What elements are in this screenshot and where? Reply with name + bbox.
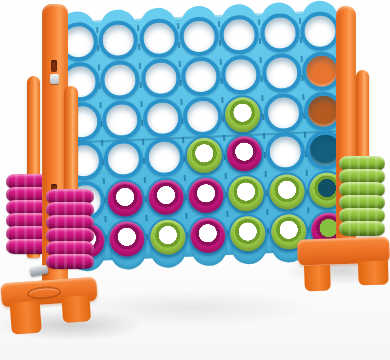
right-foot — [297, 234, 390, 295]
hole — [105, 179, 146, 220]
cell-r1c2 — [97, 20, 139, 61]
cell-r3c6 — [262, 92, 304, 133]
cell-r2c3 — [139, 58, 181, 99]
game-board — [57, 10, 350, 262]
hole — [100, 60, 141, 101]
green-disc — [230, 215, 266, 251]
disc-stack-left-front — [46, 191, 94, 269]
cell-r5c5 — [225, 173, 267, 214]
magenta-disc — [107, 181, 143, 217]
hole — [228, 213, 269, 254]
disc-stack-right — [339, 158, 385, 236]
hole — [261, 53, 302, 94]
cell-r3c2 — [101, 99, 143, 140]
left-foot-front-leg — [10, 301, 42, 335]
hole — [145, 177, 186, 218]
green-disc — [225, 96, 261, 132]
green-disc — [269, 174, 305, 210]
hole — [107, 218, 148, 259]
hole — [102, 99, 143, 140]
hole — [263, 92, 304, 133]
hole — [98, 20, 139, 61]
cell-r4c5 — [224, 133, 266, 174]
cell-r5c4 — [185, 175, 227, 216]
cell-r2c2 — [99, 59, 141, 100]
cell-r3c4 — [182, 95, 224, 136]
magenta-disc — [227, 136, 263, 172]
product-photo-scene — [0, 0, 390, 360]
hole — [223, 94, 264, 135]
cell-r3c5 — [222, 94, 264, 135]
green-disc — [149, 219, 185, 255]
hole — [184, 135, 225, 176]
magenta-disc — [188, 177, 224, 213]
hole — [224, 134, 265, 175]
green-disc — [228, 175, 264, 211]
hole — [144, 137, 185, 178]
cell-r5c2 — [104, 178, 146, 219]
hole — [267, 172, 308, 213]
hole — [138, 18, 179, 59]
cell-r6c3 — [146, 216, 188, 257]
hole — [140, 58, 181, 99]
right-foot-front-leg — [304, 264, 331, 291]
cell-r2c4 — [180, 56, 222, 97]
hole — [187, 215, 228, 256]
board-grid — [57, 11, 350, 261]
cell-r6c4 — [187, 214, 229, 255]
green-disc — [186, 138, 222, 174]
right-foot-back-leg — [358, 260, 389, 285]
magenta-disc — [190, 217, 226, 253]
cell-r4c3 — [143, 137, 185, 178]
hole — [181, 56, 222, 97]
cell-r1c4 — [178, 16, 220, 57]
cell-r6c5 — [227, 213, 269, 254]
cell-r2c6 — [261, 52, 303, 93]
hole — [179, 17, 220, 58]
hole — [265, 132, 306, 173]
left-foot — [0, 273, 102, 340]
magenta-stack-disc — [46, 254, 94, 269]
cell-r1c6 — [259, 13, 301, 54]
cell-r5c6 — [266, 171, 308, 212]
right-front-dowel-post — [356, 70, 369, 170]
hole — [219, 15, 260, 56]
cell-r3c3 — [141, 97, 183, 138]
hole — [103, 139, 144, 180]
hole — [186, 175, 227, 216]
hole — [226, 173, 267, 214]
cell-r4c4 — [183, 135, 225, 176]
cell-r5c3 — [145, 177, 187, 218]
hole — [147, 216, 188, 257]
magenta-disc — [109, 220, 145, 256]
cell-r6c2 — [106, 218, 148, 259]
hole — [300, 11, 341, 52]
green-stack-disc — [339, 221, 385, 236]
hole — [260, 13, 301, 54]
cell-r4c6 — [264, 132, 306, 173]
hole — [221, 54, 262, 95]
cell-r4c2 — [103, 139, 145, 180]
cell-r1c3 — [138, 18, 180, 59]
hole — [182, 96, 223, 137]
post-bolt-top — [50, 74, 59, 84]
magenta-disc — [147, 179, 183, 215]
hole — [142, 98, 183, 139]
cell-r1c5 — [218, 14, 260, 55]
post-slot-top — [51, 60, 57, 72]
cell-r2c5 — [220, 54, 262, 95]
left-foot-back-leg — [61, 295, 91, 323]
